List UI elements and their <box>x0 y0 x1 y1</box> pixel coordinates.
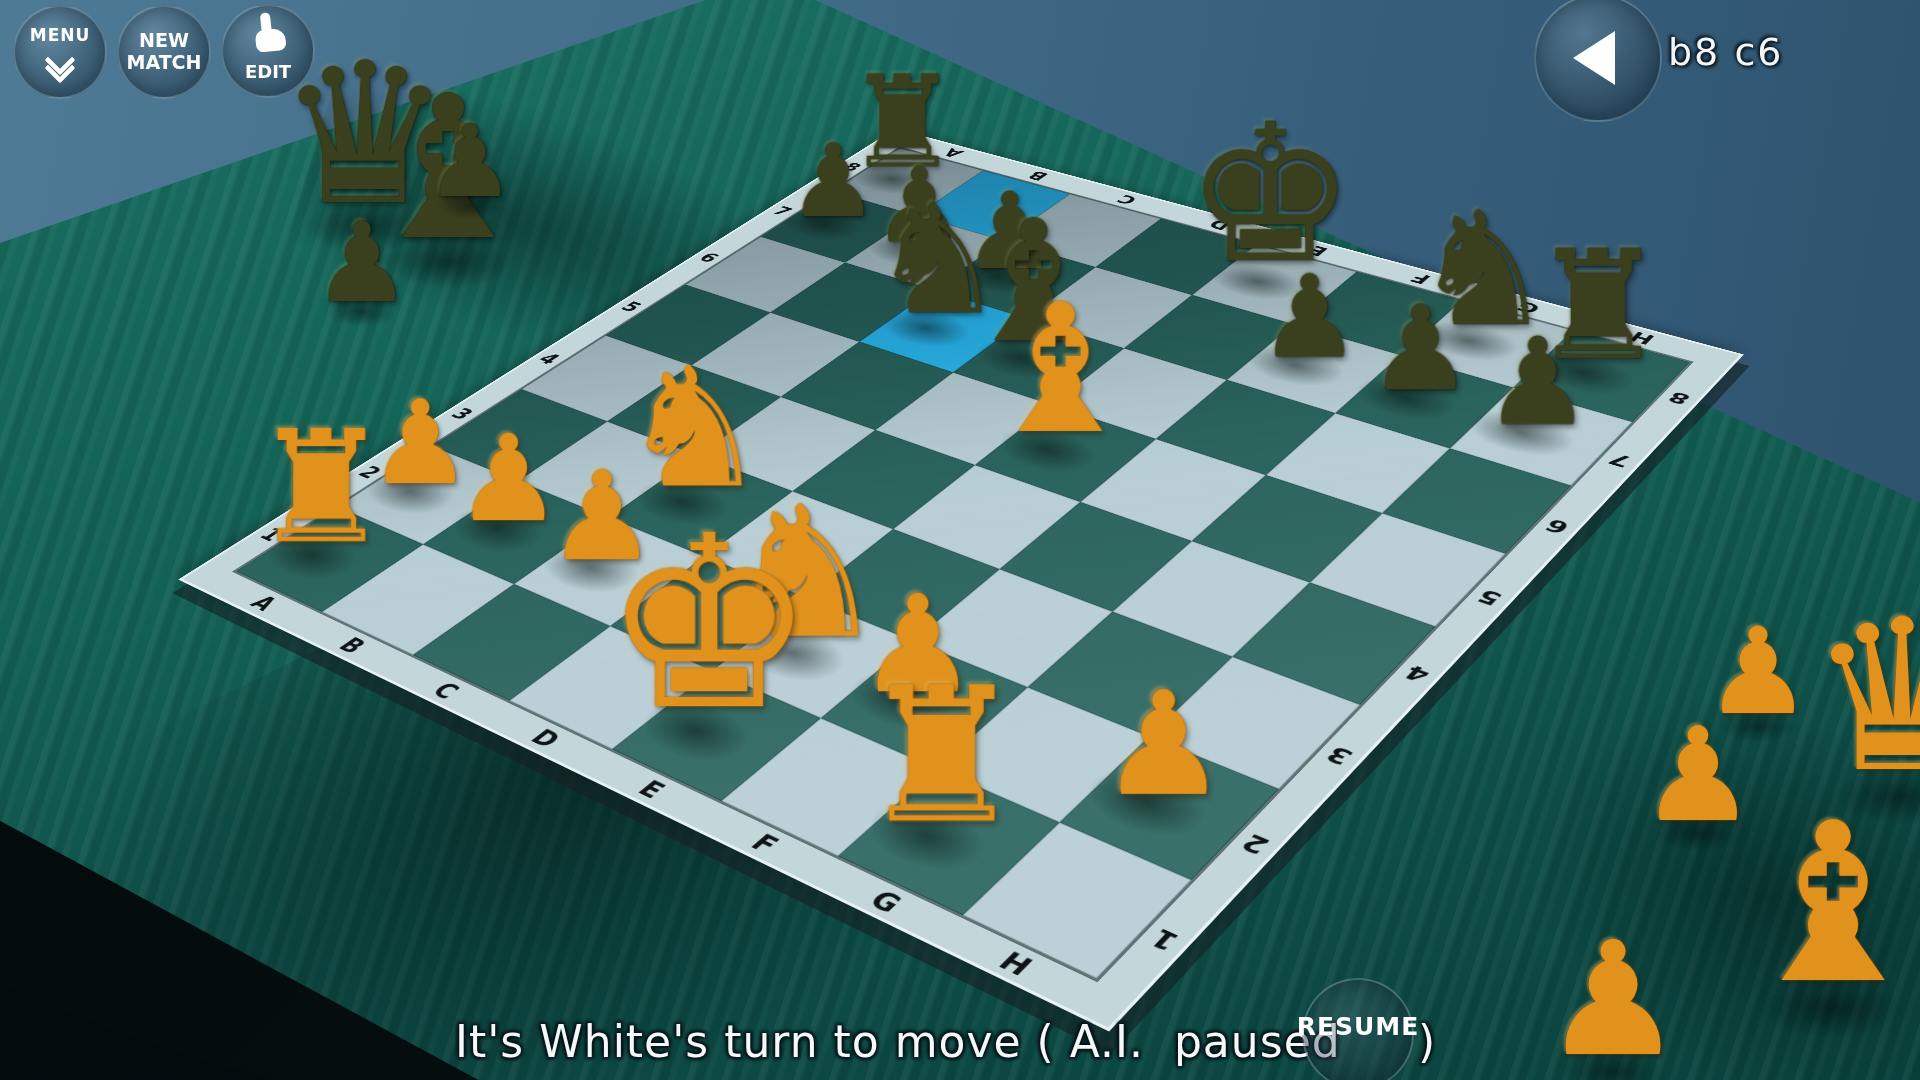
captured-white-pawn: ♟ <box>1542 920 1684 1078</box>
piece-black-pawn-h7[interactable]: ♟ <box>1425 322 1650 443</box>
captured-black-pawn: ♟ <box>425 112 515 212</box>
piece-white-king-e1[interactable]: ♚ <box>583 504 835 743</box>
last-move-display: b8 c6 <box>1668 30 1783 74</box>
resume-button-label: RESUME <box>1297 1012 1420 1041</box>
pointing-hand-icon <box>251 10 295 58</box>
piece-white-rook-g1[interactable]: ♜ <box>807 663 1076 849</box>
undo-back-button[interactable] <box>1534 0 1662 122</box>
edit-button-label: EDIT <box>245 61 291 82</box>
new-match-button[interactable]: NEW MATCH <box>117 5 211 99</box>
captured-white-queen: ♛ <box>1808 592 1920 802</box>
resume-button[interactable]: RESUME <box>1302 978 1414 1080</box>
piece-white-bishop-e5[interactable]: ♝ <box>950 281 1170 459</box>
double-chevron-down-icon <box>49 49 71 79</box>
captured-black-pawn: ♟ <box>313 208 412 318</box>
piece-white-rook-a1[interactable]: ♜ <box>210 410 434 565</box>
menu-button-label: MENU <box>30 25 91 45</box>
new-match-label-line2: MATCH <box>127 52 202 74</box>
left-triangle-icon <box>1573 31 1615 85</box>
edit-button[interactable]: EDIT <box>221 4 315 98</box>
menu-button[interactable]: MENU <box>13 5 107 99</box>
turn-status-text: It's White's turn to move ( A.I. paused <box>455 1016 1341 1067</box>
turn-status-text-suffix: ) <box>1418 1016 1436 1067</box>
new-match-label-line1: NEW <box>139 30 189 52</box>
